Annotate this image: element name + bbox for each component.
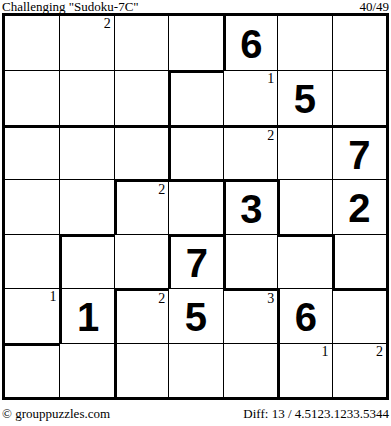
cell-r2c6: 5: [277, 70, 331, 124]
cell-r5c5[interactable]: [223, 234, 277, 288]
cell-r2c1[interactable]: [5, 70, 59, 124]
cell-r5c2[interactable]: [59, 234, 113, 288]
cell-r4c2[interactable]: [59, 179, 113, 233]
cell-r1c4[interactable]: [168, 16, 222, 70]
cell-r7c5[interactable]: [223, 343, 277, 397]
cell-r4c6[interactable]: [277, 179, 331, 233]
corner-clue: 2: [267, 129, 274, 143]
puzzle-title: Challenging "Sudoku-7C": [2, 0, 139, 13]
cell-r1c6[interactable]: [277, 16, 331, 70]
cell-r6c4: 5: [168, 288, 222, 342]
cell-r4c7: 2: [332, 179, 386, 233]
cell-r6c3[interactable]: 2: [114, 288, 168, 342]
cell-r2c3[interactable]: [114, 70, 168, 124]
corner-clue: 2: [158, 183, 165, 197]
given-digit: 6: [240, 24, 262, 64]
cell-r3c2[interactable]: [59, 125, 113, 179]
cell-r3c7: 7: [332, 125, 386, 179]
corner-clue: 2: [376, 345, 383, 359]
cell-r7c2[interactable]: [59, 343, 113, 397]
corner-clue: 1: [322, 345, 329, 359]
cell-r7c6[interactable]: 1: [277, 343, 331, 397]
cell-r5c1[interactable]: [5, 234, 59, 288]
cell-r2c5[interactable]: 1: [223, 70, 277, 124]
given-digit: 7: [186, 243, 208, 283]
cell-r6c7[interactable]: [332, 288, 386, 342]
cell-r1c7[interactable]: [332, 16, 386, 70]
cell-r3c5[interactable]: 2: [223, 125, 277, 179]
cell-r7c1[interactable]: [5, 343, 59, 397]
given-digit: 7: [348, 135, 370, 175]
cell-r5c3[interactable]: [114, 234, 168, 288]
cell-r3c3[interactable]: [114, 125, 168, 179]
corner-clue: 2: [158, 292, 165, 306]
cell-r6c5[interactable]: 3: [223, 288, 277, 342]
cell-r5c7[interactable]: [332, 234, 386, 288]
cell-r2c4[interactable]: [168, 70, 222, 124]
corner-clue: 1: [267, 72, 274, 86]
page-footer: © grouppuzzles.com Diff: 13 / 4.5123.123…: [0, 407, 391, 421]
cell-r7c7[interactable]: 2: [332, 343, 386, 397]
cell-r2c7[interactable]: [332, 70, 386, 124]
corner-clue: 1: [49, 290, 56, 304]
corner-clue: 2: [104, 17, 111, 31]
cell-r1c1[interactable]: [5, 16, 59, 70]
given-digit: 3: [240, 189, 262, 229]
cell-r3c4[interactable]: [168, 125, 222, 179]
cell-r1c3[interactable]: [114, 16, 168, 70]
cell-r5c6[interactable]: [277, 234, 331, 288]
cell-r1c5: 6: [223, 16, 277, 70]
cell-r2c2[interactable]: [59, 70, 113, 124]
cell-r4c3[interactable]: 2: [114, 179, 168, 233]
cell-r4c4[interactable]: [168, 179, 222, 233]
cell-r6c2: 1: [59, 288, 113, 342]
cell-r7c3[interactable]: [114, 343, 168, 397]
difficulty-text: Diff: 13 / 4.5123.1233.5344: [243, 407, 389, 421]
given-digit: 1: [77, 297, 99, 337]
empty-cell-counter: 40/49: [359, 0, 389, 13]
copyright-text: © grouppuzzles.com: [2, 407, 110, 421]
corner-clue: 3: [267, 292, 274, 306]
given-digit: 5: [185, 297, 207, 337]
cell-r5c4: 7: [168, 234, 222, 288]
page-header: Challenging "Sudoku-7C" 40/49: [0, 0, 391, 13]
cell-r4c5: 3: [223, 179, 277, 233]
cell-r6c6: 6: [277, 288, 331, 342]
given-digit: 5: [294, 79, 316, 119]
sudoku-board: 261527232711253612: [2, 13, 389, 400]
cell-r7c4[interactable]: [168, 343, 222, 397]
given-digit: 6: [295, 297, 317, 337]
cell-r4c1[interactable]: [5, 179, 59, 233]
cell-r3c6[interactable]: [277, 125, 331, 179]
cell-r6c1[interactable]: 1: [5, 288, 59, 342]
given-digit: 2: [348, 188, 370, 228]
cell-r3c1[interactable]: [5, 125, 59, 179]
cell-r1c2[interactable]: 2: [59, 16, 113, 70]
